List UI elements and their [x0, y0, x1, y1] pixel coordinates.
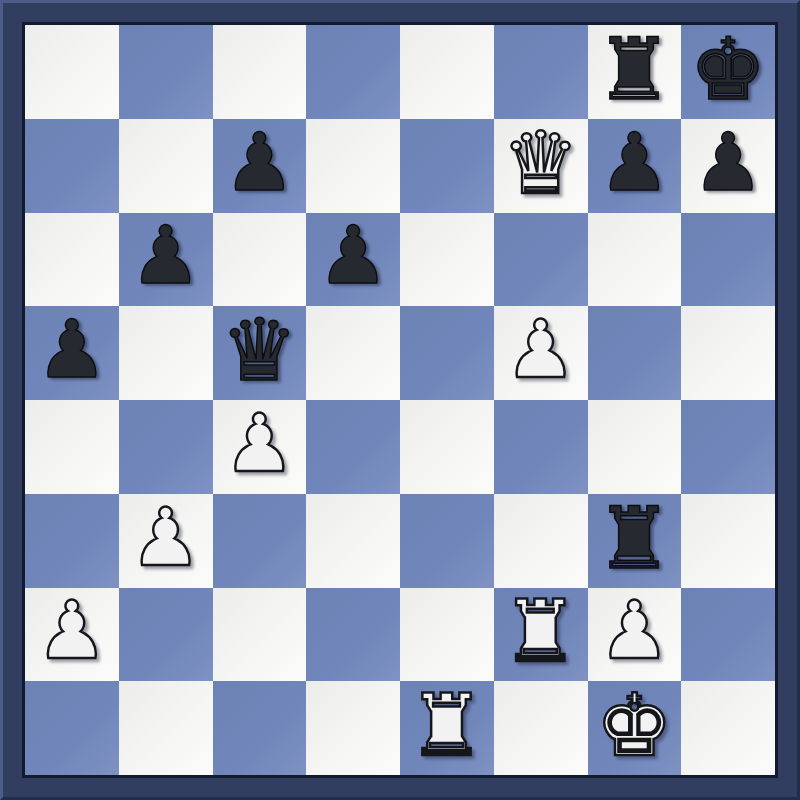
- square-e7[interactable]: [400, 119, 494, 213]
- square-f8[interactable]: [494, 25, 588, 119]
- square-e6[interactable]: [400, 213, 494, 307]
- square-g4[interactable]: [588, 400, 682, 494]
- square-d2[interactable]: [306, 588, 400, 682]
- white-pawn[interactable]: ♟: [588, 588, 682, 682]
- square-c7[interactable]: ♟: [213, 119, 307, 213]
- square-f4[interactable]: [494, 400, 588, 494]
- square-d5[interactable]: [306, 306, 400, 400]
- square-g7[interactable]: ♟: [588, 119, 682, 213]
- square-a4[interactable]: [25, 400, 119, 494]
- black-pawn[interactable]: ♟: [681, 119, 775, 213]
- square-h8[interactable]: ♚: [681, 25, 775, 119]
- square-g1[interactable]: ♚: [588, 681, 682, 775]
- square-f6[interactable]: [494, 213, 588, 307]
- square-a8[interactable]: [25, 25, 119, 119]
- square-c3[interactable]: [213, 494, 307, 588]
- white-rook[interactable]: ♜: [400, 681, 494, 775]
- square-c2[interactable]: [213, 588, 307, 682]
- white-king[interactable]: ♚: [588, 681, 682, 775]
- square-e4[interactable]: [400, 400, 494, 494]
- square-f2[interactable]: ♜: [494, 588, 588, 682]
- square-c4[interactable]: ♟: [213, 400, 307, 494]
- square-c1[interactable]: [213, 681, 307, 775]
- black-pawn[interactable]: ♟: [588, 119, 682, 213]
- square-g6[interactable]: [588, 213, 682, 307]
- black-rook[interactable]: ♜: [588, 494, 682, 588]
- white-pawn[interactable]: ♟: [213, 400, 307, 494]
- square-f7[interactable]: ♛: [494, 119, 588, 213]
- white-pawn[interactable]: ♟: [119, 494, 213, 588]
- square-a5[interactable]: ♟: [25, 306, 119, 400]
- square-b7[interactable]: [119, 119, 213, 213]
- square-a6[interactable]: [25, 213, 119, 307]
- square-b5[interactable]: [119, 306, 213, 400]
- black-pawn[interactable]: ♟: [119, 213, 213, 307]
- square-f1[interactable]: [494, 681, 588, 775]
- square-e1[interactable]: ♜: [400, 681, 494, 775]
- square-b6[interactable]: ♟: [119, 213, 213, 307]
- square-e2[interactable]: [400, 588, 494, 682]
- square-h5[interactable]: [681, 306, 775, 400]
- square-h7[interactable]: ♟: [681, 119, 775, 213]
- square-c6[interactable]: [213, 213, 307, 307]
- square-d4[interactable]: [306, 400, 400, 494]
- square-a7[interactable]: [25, 119, 119, 213]
- square-e8[interactable]: [400, 25, 494, 119]
- square-f3[interactable]: [494, 494, 588, 588]
- square-d1[interactable]: [306, 681, 400, 775]
- white-rook[interactable]: ♜: [494, 588, 588, 682]
- white-pawn[interactable]: ♟: [25, 588, 119, 682]
- square-d3[interactable]: [306, 494, 400, 588]
- black-pawn[interactable]: ♟: [213, 119, 307, 213]
- square-h3[interactable]: [681, 494, 775, 588]
- black-pawn[interactable]: ♟: [25, 306, 119, 400]
- chess-board: ♜♚♟♛♟♟♟♟♟♛♟♟♟♜♟♜♟♜♚: [22, 22, 778, 778]
- square-f5[interactable]: ♟: [494, 306, 588, 400]
- square-b3[interactable]: ♟: [119, 494, 213, 588]
- square-a3[interactable]: [25, 494, 119, 588]
- black-rook[interactable]: ♜: [588, 25, 682, 119]
- chess-diagram: ♜♚♟♛♟♟♟♟♟♛♟♟♟♜♟♜♟♜♚: [0, 0, 800, 800]
- square-d8[interactable]: [306, 25, 400, 119]
- square-h2[interactable]: [681, 588, 775, 682]
- square-b1[interactable]: [119, 681, 213, 775]
- square-b2[interactable]: [119, 588, 213, 682]
- square-e5[interactable]: [400, 306, 494, 400]
- square-c5[interactable]: ♛: [213, 306, 307, 400]
- board-frame: ♜♚♟♛♟♟♟♟♟♛♟♟♟♜♟♜♟♜♚: [0, 0, 800, 800]
- black-queen[interactable]: ♛: [213, 306, 307, 400]
- square-c8[interactable]: [213, 25, 307, 119]
- white-pawn[interactable]: ♟: [494, 306, 588, 400]
- square-e3[interactable]: [400, 494, 494, 588]
- white-queen[interactable]: ♛: [494, 119, 588, 213]
- square-b8[interactable]: [119, 25, 213, 119]
- square-h6[interactable]: [681, 213, 775, 307]
- black-pawn[interactable]: ♟: [306, 213, 400, 307]
- square-h4[interactable]: [681, 400, 775, 494]
- black-king[interactable]: ♚: [681, 25, 775, 119]
- square-h1[interactable]: [681, 681, 775, 775]
- square-d6[interactable]: ♟: [306, 213, 400, 307]
- square-b4[interactable]: [119, 400, 213, 494]
- square-g2[interactable]: ♟: [588, 588, 682, 682]
- square-a2[interactable]: ♟: [25, 588, 119, 682]
- square-a1[interactable]: [25, 681, 119, 775]
- square-g8[interactable]: ♜: [588, 25, 682, 119]
- square-d7[interactable]: [306, 119, 400, 213]
- square-g3[interactable]: ♜: [588, 494, 682, 588]
- square-g5[interactable]: [588, 306, 682, 400]
